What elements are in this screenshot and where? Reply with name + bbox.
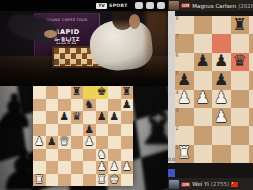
square-g5[interactable]	[108, 124, 121, 137]
square-b7[interactable]	[46, 99, 59, 112]
square-g8[interactable]	[108, 86, 121, 99]
black-pawn[interactable]: ♟	[177, 72, 191, 88]
square-e6[interactable]	[83, 111, 96, 124]
square-d8[interactable]: ♜	[231, 16, 250, 34]
bottom-player-name: Wei Yi	[192, 181, 208, 187]
black-pawn[interactable]: ♟	[214, 72, 228, 88]
white-pawn[interactable]: ♟	[214, 90, 228, 106]
square-d3[interactable]	[231, 108, 250, 126]
white-knight[interactable]: ♞	[97, 149, 107, 160]
black-pawn[interactable]: ♟	[122, 99, 132, 110]
black-pawn[interactable]: ♟	[196, 53, 210, 69]
square-f6[interactable]: ♟	[96, 111, 109, 124]
square-b8[interactable]	[46, 86, 59, 99]
top-player-avatar	[169, 1, 179, 10]
square-f3[interactable]: ♞	[96, 149, 109, 162]
top-player-title-badge: GM	[181, 3, 190, 8]
square-a1[interactable]: ♜	[33, 174, 46, 187]
square-d2[interactable]	[71, 161, 84, 174]
rank-label-7: 7	[176, 34, 179, 39]
square-e7[interactable]: ♞	[83, 99, 96, 112]
square-f4[interactable]	[96, 136, 109, 149]
tv2-logo: TV 2	[96, 3, 107, 9]
square-d5[interactable]	[231, 71, 250, 89]
square-h1[interactable]	[121, 174, 134, 187]
white-queen[interactable]: ♛	[59, 136, 69, 147]
square-e2[interactable]	[249, 126, 253, 144]
square-a6[interactable]: 6	[175, 53, 194, 71]
square-a1[interactable]: 1♜	[175, 145, 194, 163]
square-b5[interactable]	[194, 71, 213, 89]
square-h6[interactable]	[121, 111, 134, 124]
app-icon-2	[146, 2, 154, 9]
square-e7[interactable]	[249, 34, 253, 52]
rank-label-2: 2	[176, 126, 179, 131]
square-c1[interactable]	[58, 174, 71, 187]
square-g1[interactable]: ♚	[108, 174, 121, 187]
square-c1[interactable]	[212, 145, 231, 163]
tv-topbar: TV 2 SPORT	[0, 0, 168, 11]
square-h5[interactable]	[121, 124, 134, 137]
square-c4[interactable]: ♛	[58, 136, 71, 149]
bottom-player-rating: (2755)	[211, 181, 229, 187]
square-d3[interactable]	[71, 149, 84, 162]
app-icon-1	[135, 2, 143, 9]
square-f8[interactable]: ♚	[96, 86, 109, 99]
black-pawn[interactable]: ♟	[109, 111, 119, 122]
square-g3[interactable]	[108, 149, 121, 162]
square-a3[interactable]	[33, 149, 46, 162]
black-king[interactable]: ♚	[97, 86, 107, 97]
square-e6[interactable]	[249, 53, 253, 71]
square-g4[interactable]	[108, 136, 121, 149]
rank-label-6: 6	[176, 53, 179, 58]
square-e8[interactable]	[83, 86, 96, 99]
square-a5[interactable]	[33, 124, 46, 137]
black-pawn[interactable]: ♟	[84, 124, 94, 135]
square-h4[interactable]	[121, 136, 134, 149]
bottom-player-bar[interactable]: GM Wei Yi (2755)	[168, 178, 253, 190]
square-e2[interactable]	[83, 161, 96, 174]
square-b6[interactable]	[46, 111, 59, 124]
video-feed[interactable]: TV 2 SPORT GRAND CHESS TOUR RAPID & BLIT…	[0, 0, 168, 86]
square-e3[interactable]	[249, 108, 253, 126]
square-h2[interactable]: ♟	[121, 161, 134, 174]
square-a2[interactable]	[33, 161, 46, 174]
black-pawn[interactable]: ♟	[59, 111, 69, 122]
app-icon-3	[157, 2, 165, 9]
square-a4[interactable]: ♟	[33, 136, 46, 149]
square-c4[interactable]: ♟	[212, 90, 231, 108]
square-a3[interactable]: 3	[175, 108, 194, 126]
square-d6[interactable]: ♛	[71, 111, 84, 124]
black-rook[interactable]: ♜	[122, 86, 132, 97]
square-c2[interactable]	[212, 126, 231, 144]
white-pawn[interactable]: ♟	[34, 136, 44, 147]
square-a8[interactable]: 8	[175, 16, 194, 34]
square-d7[interactable]	[231, 34, 250, 52]
square-b6[interactable]: ♟	[194, 53, 213, 71]
square-a7[interactable]	[33, 99, 46, 112]
rank-label-8: 8	[176, 16, 179, 21]
square-g2[interactable]: ♟	[108, 161, 121, 174]
square-a6[interactable]	[33, 111, 46, 124]
square-c5[interactable]: ♟	[212, 71, 231, 89]
square-b3[interactable]	[46, 149, 59, 162]
side-game-board: 8♜76♟♟♛5♟♟4♟♟♟3♟21♜	[175, 16, 253, 163]
white-pawn[interactable]: ♟	[122, 161, 132, 172]
square-d1[interactable]	[71, 174, 84, 187]
square-b3[interactable]	[194, 108, 213, 126]
square-d5[interactable]	[71, 124, 84, 137]
white-pawn[interactable]: ♟	[177, 90, 191, 106]
square-c6[interactable]: ♟	[212, 53, 231, 71]
square-d4[interactable]	[231, 90, 250, 108]
square-b8[interactable]	[194, 16, 213, 34]
tv2-sport-label: SPORT	[109, 3, 128, 8]
square-a8[interactable]	[33, 86, 46, 99]
bottom-player-avatar	[169, 180, 179, 189]
square-h3[interactable]	[121, 149, 134, 162]
china-flag-icon	[231, 182, 238, 187]
game-panel: GM Magnus Carlsen (2828) 0.0 8♜76♟♟♛5♟♟4…	[168, 0, 253, 190]
rank-label-3: 3	[176, 108, 179, 113]
square-c5[interactable]	[58, 124, 71, 137]
square-c3[interactable]: ♟	[212, 108, 231, 126]
square-c8[interactable]	[212, 16, 231, 34]
white-pawn[interactable]: ♟	[214, 109, 228, 125]
bottom-player-title-badge: GM	[181, 182, 190, 187]
square-e8[interactable]	[249, 16, 253, 34]
square-d1[interactable]	[231, 145, 250, 163]
black-pawn[interactable]: ♟	[47, 136, 57, 147]
square-a2[interactable]: 2	[175, 126, 194, 144]
main-broadcast-board: ♜♚♜♞♟♟♛♟♟♟♟♟♛♟♞♟♟♟♜♜♚	[33, 86, 133, 186]
white-pawn[interactable]: ♟	[84, 136, 94, 147]
evaluation-value: 0.0	[168, 157, 175, 162]
square-b1[interactable]	[46, 174, 59, 187]
white-pawn[interactable]: ♟	[196, 90, 210, 106]
black-rook[interactable]: ♜	[233, 17, 247, 33]
square-g6[interactable]: ♟	[108, 111, 121, 124]
top-player-name: Magnus Carlsen	[192, 3, 236, 9]
engine-indicator[interactable]	[168, 169, 175, 177]
white-rook[interactable]: ♜	[177, 145, 191, 161]
black-rook[interactable]: ♜	[72, 86, 82, 97]
square-e5[interactable]: ♟	[83, 124, 96, 137]
square-b4[interactable]: ♟	[194, 90, 213, 108]
square-c7[interactable]	[212, 34, 231, 52]
square-f2[interactable]: ♟	[96, 161, 109, 174]
black-queen[interactable]: ♛	[72, 111, 82, 122]
square-d8[interactable]: ♜	[71, 86, 84, 99]
broadcast-screen: TV 2 SPORT GRAND CHESS TOUR RAPID & BLIT…	[0, 0, 253, 190]
top-player-bar[interactable]: GM Magnus Carlsen (2828)	[168, 0, 253, 11]
square-b2[interactable]	[194, 126, 213, 144]
square-d6[interactable]: ♛	[231, 53, 250, 71]
white-rook[interactable]: ♜	[97, 174, 107, 185]
square-e4[interactable]: ♟	[83, 136, 96, 149]
square-h8[interactable]: ♜	[121, 86, 134, 99]
square-a5[interactable]: 5♟	[175, 71, 194, 89]
white-king[interactable]: ♚	[109, 174, 119, 185]
square-e4[interactable]	[249, 90, 253, 108]
white-pawn[interactable]: ♟	[97, 161, 107, 172]
square-c6[interactable]: ♟	[58, 111, 71, 124]
black-knight[interactable]: ♞	[84, 99, 94, 110]
square-e3[interactable]	[83, 149, 96, 162]
square-c2[interactable]	[58, 161, 71, 174]
black-pawn[interactable]: ♟	[97, 111, 107, 122]
square-b4[interactable]: ♟	[46, 136, 59, 149]
side-board-viewport: 8♜76♟♟♛5♟♟4♟♟♟3♟21♜	[175, 16, 253, 163]
top-player-rating: (2828)	[238, 3, 253, 9]
square-d4[interactable]	[71, 136, 84, 149]
black-pawn[interactable]: ♟	[214, 53, 228, 69]
square-b2[interactable]	[46, 161, 59, 174]
black-queen[interactable]: ♛	[233, 53, 247, 69]
square-c8[interactable]	[58, 86, 71, 99]
white-rook[interactable]: ♜	[34, 174, 44, 185]
square-e1[interactable]	[83, 174, 96, 187]
square-h7[interactable]: ♟	[121, 99, 134, 112]
evaluation-bar: 0.0	[168, 11, 175, 163]
square-a4[interactable]: 4♟	[175, 90, 194, 108]
square-f5[interactable]	[96, 124, 109, 137]
square-f1[interactable]: ♜	[96, 174, 109, 187]
square-e1[interactable]	[249, 145, 253, 163]
square-b1[interactable]	[194, 145, 213, 163]
white-pawn[interactable]: ♟	[109, 161, 119, 172]
square-d2[interactable]	[231, 126, 250, 144]
video-vignette	[0, 0, 168, 86]
square-a7[interactable]: 7	[175, 34, 194, 52]
square-e5[interactable]	[249, 71, 253, 89]
square-c3[interactable]	[58, 149, 71, 162]
square-b7[interactable]	[194, 34, 213, 52]
